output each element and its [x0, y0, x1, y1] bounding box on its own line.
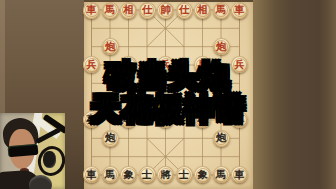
piece-character: 炮	[105, 41, 115, 51]
piece-character: 車	[87, 169, 97, 179]
piece-character: 仕	[179, 5, 189, 15]
piece-character: 馬	[216, 5, 226, 15]
piece-character: 兵	[124, 59, 134, 69]
video-thumbnail: 車馬相仕帥仕相馬車炮炮兵兵兵兵兵卒卒卒卒卒炮炮車馬象士將士象馬車 破当头炮 天花…	[0, 0, 336, 189]
piece-character: 象	[124, 169, 134, 179]
xiangqi-piece-red: 炮	[102, 38, 119, 55]
webcam-overlay	[0, 113, 65, 189]
piece-character: 車	[235, 169, 245, 179]
xiangqi-piece-red: 仕	[176, 2, 193, 19]
piece-character: 仕	[142, 5, 152, 15]
microphone	[43, 151, 56, 168]
xiangqi-piece-red: 仕	[139, 2, 156, 19]
piece-character: 卒	[161, 114, 171, 124]
piece-character: 兵	[87, 59, 97, 69]
xiangqi-piece-red: 馬	[102, 2, 119, 19]
piece-character: 將	[161, 169, 171, 179]
background-right-strip	[253, 0, 336, 189]
board-grid	[84, 0, 253, 189]
piece-character: 炮	[105, 133, 115, 143]
piece-character: 車	[235, 5, 245, 15]
piece-character: 象	[198, 169, 208, 179]
piece-character: 卒	[198, 114, 208, 124]
piece-character: 相	[124, 5, 134, 15]
piece-character: 卒	[124, 114, 134, 124]
piece-character: 士	[179, 169, 189, 179]
piece-character: 士	[142, 169, 152, 179]
piece-character: 炮	[216, 133, 226, 143]
xiangqi-piece-red: 馬	[213, 2, 230, 19]
piece-character: 炮	[216, 41, 226, 51]
piece-character: 兵	[235, 59, 245, 69]
xiangqi-piece-black: 炮	[102, 130, 119, 147]
mic-pop-filter	[29, 175, 52, 189]
piece-character: 車	[87, 5, 97, 15]
xiangqi-piece-red: 相	[194, 2, 211, 19]
piece-character: 卒	[235, 114, 245, 124]
piece-character: 帥	[161, 5, 171, 15]
xiangqi-piece-black: 炮	[213, 130, 230, 147]
piece-character: 相	[198, 5, 208, 15]
piece-character: 卒	[87, 114, 97, 124]
xiangqi-piece-black: 士	[176, 166, 193, 183]
xiangqi-piece-red: 相	[120, 2, 137, 19]
xiangqi-board: 車馬相仕帥仕相馬車炮炮兵兵兵兵兵卒卒卒卒卒炮炮車馬象士將士象馬車	[84, 0, 253, 189]
piece-character: 馬	[105, 5, 115, 15]
piece-character: 馬	[216, 169, 226, 179]
xiangqi-piece-red: 車	[231, 2, 248, 19]
xiangqi-piece-black: 馬	[102, 166, 119, 183]
piece-character: 兵	[198, 59, 208, 69]
xiangqi-piece-black: 士	[139, 166, 156, 183]
xiangqi-piece-red: 炮	[213, 38, 230, 55]
piece-character: 馬	[105, 169, 115, 179]
xiangqi-piece-red: 帥	[157, 2, 174, 19]
xiangqi-piece-red: 車	[83, 2, 100, 19]
xiangqi-piece-black: 馬	[213, 166, 230, 183]
piece-character: 兵	[161, 59, 171, 69]
